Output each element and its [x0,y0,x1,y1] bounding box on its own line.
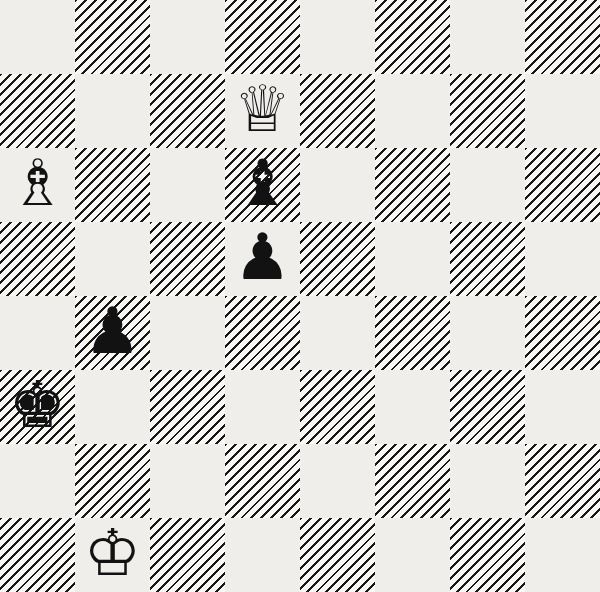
square-g2[interactable] [450,444,525,518]
square-f4[interactable] [375,296,450,370]
square-g5[interactable] [450,222,525,296]
square-a3[interactable]: ♚ [0,370,75,444]
square-g6[interactable] [450,148,525,222]
square-b7[interactable] [75,74,150,148]
square-h3[interactable] [525,370,600,444]
square-f8[interactable] [375,0,450,74]
piece-black-pawn[interactable]: ♟ [234,225,291,289]
square-d7[interactable]: ♕ [225,74,300,148]
square-d2[interactable] [225,444,300,518]
square-h2[interactable] [525,444,600,518]
square-g4[interactable] [450,296,525,370]
piece-white-king[interactable]: ♔ [84,521,141,585]
square-e1[interactable] [300,518,375,592]
square-c1[interactable] [150,518,225,592]
square-g1[interactable] [450,518,525,592]
square-c3[interactable] [150,370,225,444]
square-e8[interactable] [300,0,375,74]
square-a5[interactable] [0,222,75,296]
square-d4[interactable] [225,296,300,370]
square-a8[interactable] [0,0,75,74]
square-c6[interactable] [150,148,225,222]
square-d3[interactable] [225,370,300,444]
square-c8[interactable] [150,0,225,74]
square-b3[interactable] [75,370,150,444]
square-a6[interactable]: ♗ [0,148,75,222]
square-d8[interactable] [225,0,300,74]
square-f5[interactable] [375,222,450,296]
piece-black-king[interactable]: ♚ [9,373,66,437]
square-b5[interactable] [75,222,150,296]
square-h6[interactable] [525,148,600,222]
square-e3[interactable] [300,370,375,444]
square-g8[interactable] [450,0,525,74]
square-e4[interactable] [300,296,375,370]
square-c4[interactable] [150,296,225,370]
square-d1[interactable] [225,518,300,592]
square-h7[interactable] [525,74,600,148]
square-f2[interactable] [375,444,450,518]
square-a4[interactable] [0,296,75,370]
square-b1[interactable]: ♔ [75,518,150,592]
square-a7[interactable] [0,74,75,148]
piece-white-queen[interactable]: ♕ [234,77,291,141]
square-e7[interactable] [300,74,375,148]
square-f6[interactable] [375,148,450,222]
square-h1[interactable] [525,518,600,592]
square-c7[interactable] [150,74,225,148]
square-b4[interactable]: ♟ [75,296,150,370]
square-h5[interactable] [525,222,600,296]
square-g3[interactable] [450,370,525,444]
square-c2[interactable] [150,444,225,518]
square-e6[interactable] [300,148,375,222]
square-h8[interactable] [525,0,600,74]
piece-black-pawn[interactable]: ♟ [84,299,141,363]
square-c5[interactable] [150,222,225,296]
piece-white-bishop[interactable]: ♗ [9,151,66,215]
square-d5[interactable]: ♟ [225,222,300,296]
chess-diagram: ♕♗♝♟♟♚♔ [0,0,600,592]
square-a2[interactable] [0,444,75,518]
square-b2[interactable] [75,444,150,518]
square-b8[interactable] [75,0,150,74]
square-e5[interactable] [300,222,375,296]
piece-black-bishop[interactable]: ♝ [234,151,291,215]
square-h4[interactable] [525,296,600,370]
chess-board: ♕♗♝♟♟♚♔ [0,0,600,592]
square-b6[interactable] [75,148,150,222]
square-f1[interactable] [375,518,450,592]
square-f7[interactable] [375,74,450,148]
square-d6[interactable]: ♝ [225,148,300,222]
square-f3[interactable] [375,370,450,444]
square-g7[interactable] [450,74,525,148]
square-e2[interactable] [300,444,375,518]
square-a1[interactable] [0,518,75,592]
